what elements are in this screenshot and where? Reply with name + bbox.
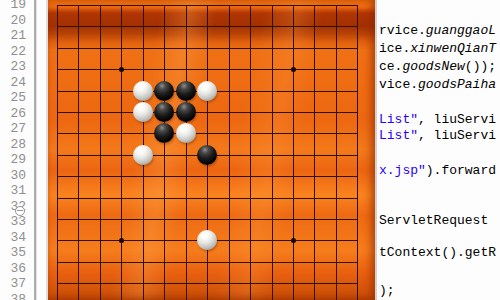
line-number: 27 xyxy=(0,121,26,136)
grid-line-horizontal xyxy=(57,283,358,284)
grid-line-horizontal xyxy=(57,219,358,220)
code-line: List", liuServi xyxy=(379,112,496,128)
stone-black xyxy=(197,145,217,165)
star-point xyxy=(291,67,296,72)
code-text: ce. xyxy=(379,59,402,74)
code-line: ice.xinwenQianT xyxy=(379,41,496,57)
grid-line-vertical xyxy=(357,5,358,300)
code-line: tContext().getR xyxy=(379,245,496,261)
line-number: 38 xyxy=(0,292,26,300)
line-number: 24 xyxy=(0,75,26,90)
grid-line-vertical xyxy=(186,5,187,300)
code-text: guanggaoL xyxy=(426,23,496,38)
stone-white xyxy=(197,81,217,101)
grid-line-vertical xyxy=(229,5,230,300)
line-number: 33 xyxy=(0,214,26,229)
code-line: x.jsp").forward xyxy=(379,163,496,179)
code-line: ce.goodsNew()); xyxy=(379,59,496,75)
code-line: List", liuServi xyxy=(379,128,496,144)
stone-white xyxy=(176,123,196,143)
gomoku-board-surface[interactable] xyxy=(48,0,375,300)
line-number: 26 xyxy=(0,106,26,121)
stone-black xyxy=(176,81,196,101)
code-text: goodsPaiha xyxy=(418,77,496,92)
code-text: ); xyxy=(379,283,395,298)
line-number: 31 xyxy=(0,183,26,198)
code-text: ).forward xyxy=(426,163,496,178)
code-line: rvice.guanggaoL xyxy=(379,23,496,39)
star-point xyxy=(291,238,296,243)
fold-collapse-icon[interactable] xyxy=(15,206,25,216)
grid-line-vertical xyxy=(272,5,273,300)
code-string-literal: List" xyxy=(379,112,418,127)
code-text: ice. xyxy=(379,41,410,56)
grid-line-vertical xyxy=(314,5,315,300)
star-point xyxy=(119,67,124,72)
line-number: 22 xyxy=(0,44,26,59)
line-number: 34 xyxy=(0,230,26,245)
line-number-gutter: 1920212223242526272829303132333435363738 xyxy=(0,0,26,300)
stone-black xyxy=(154,102,174,122)
code-editor-pane[interactable]: rvice.guanggaoLice.xinwenQianTce.goodsNe… xyxy=(377,0,500,300)
line-number: 23 xyxy=(0,59,26,74)
code-text: , liuServi xyxy=(418,112,496,127)
code-text: ()); xyxy=(465,59,496,74)
line-number: 28 xyxy=(0,137,26,152)
stone-white xyxy=(133,102,153,122)
code-text: , liuServi xyxy=(418,128,496,143)
grid-line-horizontal xyxy=(57,198,358,199)
code-text: rvice. xyxy=(379,23,426,38)
stone-white xyxy=(133,81,153,101)
grid-line-horizontal xyxy=(57,176,358,177)
code-text: xinwenQianT xyxy=(410,41,496,56)
code-text: ServletRequest xyxy=(379,213,488,228)
grid-line-horizontal xyxy=(57,262,358,263)
code-line: ); xyxy=(379,283,395,299)
stone-black xyxy=(154,123,174,143)
stone-white xyxy=(133,145,153,165)
stone-black xyxy=(154,81,174,101)
code-line: ServletRequest xyxy=(379,213,488,229)
grid-line-vertical xyxy=(100,5,101,300)
line-number: 37 xyxy=(0,276,26,291)
gutter-separator xyxy=(34,0,37,300)
line-number: 36 xyxy=(0,261,26,276)
line-number: 30 xyxy=(0,168,26,183)
code-text: vice. xyxy=(379,77,418,92)
code-string-literal: x.jsp" xyxy=(379,163,426,178)
grid-line-vertical xyxy=(164,5,165,300)
line-number: 29 xyxy=(0,152,26,167)
line-number: 20 xyxy=(0,13,26,28)
line-number: 21 xyxy=(0,28,26,43)
grid-line-vertical xyxy=(336,5,337,300)
code-text: tContext().getR xyxy=(379,245,496,260)
grid-line-vertical xyxy=(57,5,58,300)
grid-line-vertical xyxy=(250,5,251,300)
code-line: vice.goodsPaiha xyxy=(379,77,496,93)
line-number: 35 xyxy=(0,245,26,260)
line-number: 25 xyxy=(0,90,26,105)
stone-white xyxy=(197,230,217,250)
star-point xyxy=(119,238,124,243)
grid-line-vertical xyxy=(293,5,294,300)
stone-black xyxy=(176,102,196,122)
code-text: goodsNew xyxy=(402,59,464,74)
grid-line-vertical xyxy=(121,5,122,300)
gomoku-game-window xyxy=(46,0,377,300)
line-number: 19 xyxy=(0,0,26,12)
grid-line-vertical xyxy=(78,5,79,300)
code-string-literal: List" xyxy=(379,128,418,143)
